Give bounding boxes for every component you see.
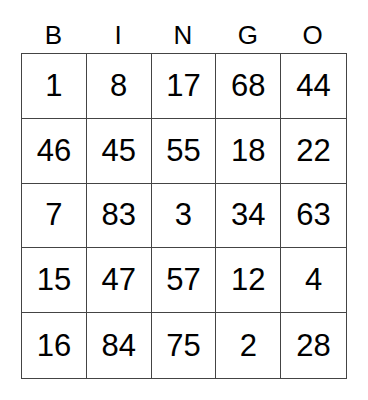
- bingo-cell-r5c5[interactable]: 28: [281, 313, 346, 378]
- bingo-cell-r4c4[interactable]: 12: [216, 248, 281, 313]
- bingo-cell-r3c3[interactable]: 3: [152, 184, 217, 249]
- bingo-cell-r3c2[interactable]: 83: [87, 184, 152, 249]
- bingo-cell-r5c4[interactable]: 2: [216, 313, 281, 378]
- bingo-cell-r2c2[interactable]: 45: [87, 119, 152, 184]
- bingo-cell-r2c3[interactable]: 55: [152, 119, 217, 184]
- bingo-header-row: B I N G O: [21, 18, 347, 53]
- bingo-card: B I N G O 1 8 17 68 44 46 45 55 18 22 7 …: [21, 18, 347, 379]
- bingo-cell-r3c1[interactable]: 7: [22, 184, 87, 249]
- bingo-cell-r1c5[interactable]: 44: [281, 54, 346, 119]
- bingo-cell-r2c1[interactable]: 46: [22, 119, 87, 184]
- bingo-header-letter-b: B: [21, 18, 86, 53]
- bingo-cell-r3c5[interactable]: 63: [281, 184, 346, 249]
- bingo-header-letter-i: I: [86, 18, 151, 53]
- bingo-cell-r1c3[interactable]: 17: [152, 54, 217, 119]
- bingo-board: 1 8 17 68 44 46 45 55 18 22 7 83 3 34 63…: [21, 53, 347, 379]
- bingo-header-letter-o: O: [280, 18, 345, 53]
- bingo-cell-r1c1[interactable]: 1: [22, 54, 87, 119]
- bingo-cell-r1c2[interactable]: 8: [87, 54, 152, 119]
- bingo-cell-r4c3[interactable]: 57: [152, 248, 217, 313]
- bingo-header-letter-n: N: [151, 18, 216, 53]
- bingo-header-letter-g: G: [215, 18, 280, 53]
- bingo-cell-r2c5[interactable]: 22: [281, 119, 346, 184]
- bingo-cell-r4c1[interactable]: 15: [22, 248, 87, 313]
- bingo-cell-r4c2[interactable]: 47: [87, 248, 152, 313]
- bingo-cell-r1c4[interactable]: 68: [216, 54, 281, 119]
- bingo-cell-r3c4[interactable]: 34: [216, 184, 281, 249]
- bingo-cell-r5c2[interactable]: 84: [87, 313, 152, 378]
- bingo-cell-r2c4[interactable]: 18: [216, 119, 281, 184]
- bingo-cell-r5c3[interactable]: 75: [152, 313, 217, 378]
- bingo-cell-r5c1[interactable]: 16: [22, 313, 87, 378]
- bingo-cell-r4c5[interactable]: 4: [281, 248, 346, 313]
